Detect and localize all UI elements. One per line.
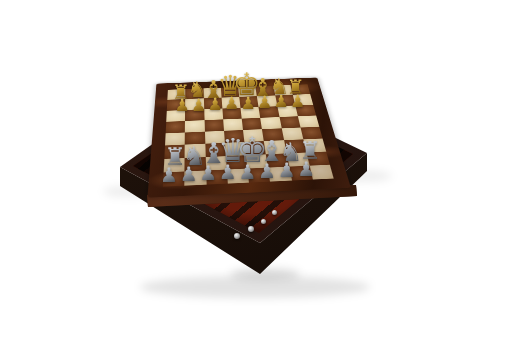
ground-shadow — [230, 268, 300, 280]
chess-piece-gold-pawn[interactable]: ♟ — [191, 96, 206, 113]
chess-piece-silver-pawn[interactable]: ♟ — [160, 165, 178, 185]
chess-piece-gold-pawn[interactable]: ♟ — [240, 94, 255, 111]
chess-piece-silver-pawn[interactable]: ♟ — [278, 160, 296, 180]
chess-piece-gold-pawn[interactable]: ♟ — [257, 94, 272, 111]
tray-knob — [248, 226, 254, 232]
chess-piece-gold-pawn[interactable]: ♟ — [273, 93, 288, 110]
product-photo-chess-set: ♜♞♝♛♚♝♞♜♟♟♟♟♟♟♟♟♜♞♝♛♚♝♞♜♟♟♟♟♟♟♟♟ — [0, 0, 510, 340]
tray-knob — [234, 233, 240, 239]
board-square[interactable] — [260, 117, 281, 129]
chess-piece-silver-pawn[interactable]: ♟ — [180, 164, 198, 184]
tray-knob — [272, 210, 277, 215]
chess-piece-silver-pawn[interactable]: ♟ — [238, 162, 256, 182]
board-square[interactable] — [298, 115, 320, 127]
chess-piece-gold-pawn[interactable]: ♟ — [290, 92, 305, 109]
board-square[interactable] — [185, 120, 204, 132]
chess-piece-silver-pawn[interactable]: ♟ — [297, 159, 315, 179]
tray-knob — [261, 219, 266, 224]
board-square[interactable] — [204, 119, 224, 131]
chess-piece-silver-pawn[interactable]: ♟ — [258, 161, 276, 181]
chess-piece-gold-pawn[interactable]: ♟ — [174, 97, 189, 114]
chess-piece-silver-pawn[interactable]: ♟ — [199, 163, 217, 183]
board-square[interactable] — [166, 121, 186, 133]
chess-piece-gold-pawn[interactable]: ♟ — [224, 95, 239, 112]
chess-piece-gold-pawn[interactable]: ♟ — [207, 96, 222, 113]
chess-piece-silver-pawn[interactable]: ♟ — [219, 162, 237, 182]
